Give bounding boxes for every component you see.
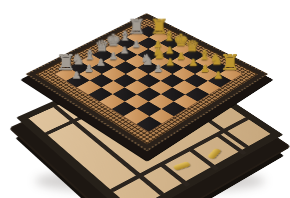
spare-gold-piece[interactable] <box>173 161 192 170</box>
piece-gold-pawn-g1[interactable]: ♟ <box>209 71 227 81</box>
piece-silver-pawn-e4[interactable]: ♟ <box>150 64 168 74</box>
scene-3d: ♜♞♝♛♚♝♜♟♟♟♟♟♟♜♟♝♞♞♟♚♟♟♟♛♟♝♟♞♟♜ <box>0 0 290 198</box>
tray-divider <box>214 133 246 155</box>
product-photo-chess-set: ♜♞♝♛♚♝♜♟♟♟♟♟♟♜♟♝♞♞♟♚♟♟♟♛♟♝♟♞♟♜ <box>0 0 290 198</box>
piece-silver-pawn-a7[interactable]: ♟ <box>67 71 85 81</box>
tray-divider <box>187 147 219 170</box>
spare-gold-piece[interactable] <box>207 148 222 160</box>
tray-divider <box>158 162 190 186</box>
